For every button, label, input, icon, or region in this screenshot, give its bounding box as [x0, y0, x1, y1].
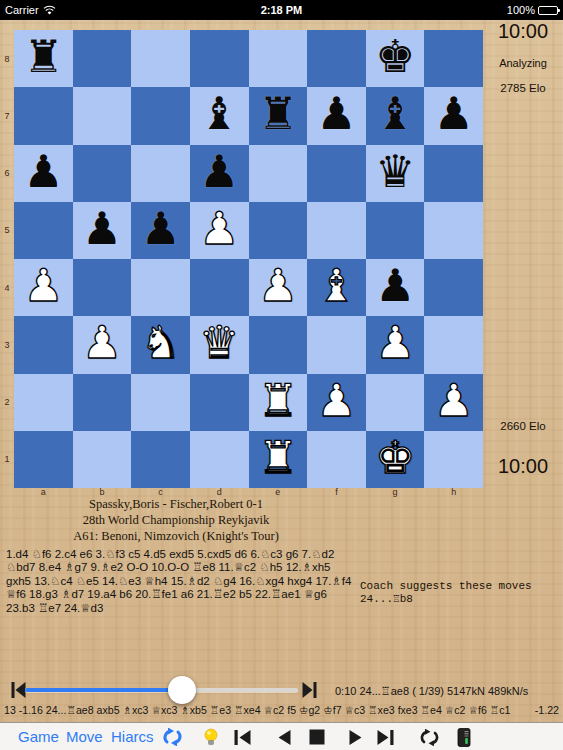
rank-label-6: 6	[0, 145, 14, 202]
battery-percent: 100%	[507, 4, 535, 16]
piece-white-king[interactable]: ♚	[375, 435, 415, 480]
square-f6[interactable]	[307, 145, 366, 202]
piece-white-pawn[interactable]: ♟	[434, 378, 474, 423]
app-screen: Carrier 2:18 PM 100% 87654321 ♜♚♝♜♟♝♟♟♟♛…	[0, 0, 563, 750]
piece-black-pawn[interactable]: ♟	[82, 206, 122, 251]
piece-black-rook[interactable]: ♜	[258, 91, 298, 136]
square-b8[interactable]	[73, 30, 132, 87]
square-f2[interactable]: ♟	[307, 374, 366, 431]
skip-to-start-icon[interactable]	[11, 681, 26, 699]
square-e4[interactable]: ♟	[249, 259, 308, 316]
square-d7[interactable]: ♝	[190, 87, 249, 144]
square-f4[interactable]: ♝	[307, 259, 366, 316]
piece-black-pawn[interactable]: ♟	[199, 149, 239, 194]
black-clock: 10:00	[486, 20, 560, 43]
square-g4[interactable]: ♟	[366, 259, 425, 316]
black-elo: 2785 Elo	[486, 82, 560, 94]
square-h2[interactable]: ♟	[424, 374, 483, 431]
file-label-h: h	[424, 487, 483, 498]
square-f7[interactable]: ♟	[307, 87, 366, 144]
square-b6[interactable]	[73, 145, 132, 202]
status-bar: Carrier 2:18 PM 100%	[0, 0, 563, 20]
square-b4[interactable]	[73, 259, 132, 316]
square-a5[interactable]	[14, 202, 73, 259]
jump-first-move-icon[interactable]	[234, 728, 251, 746]
analysis-line: 13 -1.16 24...♖ae8 axb5 ♗xc3 ♕xc3 ♗xb5 ♖…	[4, 704, 529, 716]
rank-label-1: 1	[0, 431, 14, 488]
square-g8[interactable]: ♚	[366, 30, 425, 87]
square-e5[interactable]	[249, 202, 308, 259]
square-f8[interactable]	[307, 30, 366, 87]
square-b2[interactable]	[73, 374, 132, 431]
piece-white-pawn[interactable]: ♟	[316, 378, 356, 423]
game-slider-knob[interactable]	[168, 676, 196, 704]
move-button[interactable]: Move	[66, 723, 103, 750]
square-a2[interactable]	[14, 374, 73, 431]
square-a3[interactable]	[14, 316, 73, 373]
square-c1[interactable]	[131, 431, 190, 488]
square-c3[interactable]: ♞	[131, 316, 190, 373]
piece-white-queen[interactable]: ♛	[199, 320, 239, 365]
opening-line: A61: Benoni, Nimzovich (Knight's Tour)	[0, 528, 352, 544]
status-time: 2:18 PM	[0, 4, 563, 16]
piece-black-pawn[interactable]: ♟	[140, 206, 180, 251]
square-e7[interactable]: ♜	[249, 87, 308, 144]
rank-label-8: 8	[0, 30, 14, 87]
piece-black-pawn[interactable]: ♟	[375, 263, 415, 308]
piece-white-bishop[interactable]: ♝	[316, 263, 356, 308]
game-slider-fill	[25, 688, 182, 692]
stop-icon[interactable]	[309, 728, 325, 746]
square-g1[interactable]: ♚	[366, 431, 425, 488]
piece-white-rook[interactable]: ♜	[258, 378, 298, 423]
analysis-eval: -1.22	[535, 704, 559, 716]
square-h5[interactable]	[424, 202, 483, 259]
piece-white-pawn[interactable]: ♟	[23, 263, 63, 308]
piece-black-pawn[interactable]: ♟	[316, 91, 356, 136]
piece-white-pawn[interactable]: ♟	[375, 320, 415, 365]
square-b5[interactable]: ♟	[73, 202, 132, 259]
square-d4[interactable]	[190, 259, 249, 316]
square-h3[interactable]	[424, 316, 483, 373]
square-d8[interactable]	[190, 30, 249, 87]
hiarcs-button[interactable]: Hiarcs	[111, 723, 154, 750]
flip-board-icon[interactable]	[162, 728, 183, 746]
square-b7[interactable]	[73, 87, 132, 144]
square-a4[interactable]: ♟	[14, 259, 73, 316]
square-c4[interactable]	[131, 259, 190, 316]
square-c5[interactable]: ♟	[131, 202, 190, 259]
rank-label-3: 3	[0, 316, 14, 373]
square-e8[interactable]	[249, 30, 308, 87]
rank-label-4: 4	[0, 259, 14, 316]
piece-white-pawn[interactable]: ♟	[199, 206, 239, 251]
square-b1[interactable]	[73, 431, 132, 488]
square-f3[interactable]	[307, 316, 366, 373]
piece-black-king[interactable]: ♚	[375, 34, 415, 79]
square-a6[interactable]: ♟	[14, 145, 73, 202]
chess-board: ♜♚♝♜♟♝♟♟♟♛♟♟♟♟♟♝♟♟♞♛♟♜♟♟♜♚	[14, 30, 483, 488]
play-icon[interactable]	[349, 728, 363, 746]
square-e1[interactable]: ♜	[249, 431, 308, 488]
square-h1[interactable]	[424, 431, 483, 488]
toolbar: Game Move Hiarcs	[0, 722, 563, 750]
piece-black-pawn[interactable]: ♟	[23, 149, 63, 194]
square-c2[interactable]	[131, 374, 190, 431]
piece-black-rook[interactable]: ♜	[23, 34, 63, 79]
square-h4[interactable]	[424, 259, 483, 316]
square-c7[interactable]	[131, 87, 190, 144]
piece-black-pawn[interactable]: ♟	[434, 91, 474, 136]
coach-line1: Coach suggests these moves	[360, 580, 532, 592]
rank-label-7: 7	[0, 87, 14, 144]
square-d1[interactable]	[190, 431, 249, 488]
file-label-g: g	[366, 487, 425, 498]
square-g2[interactable]	[366, 374, 425, 431]
square-c6[interactable]	[131, 145, 190, 202]
move-list[interactable]: 1.d4 ♘f6 2.c4 e6 3.♘f3 c5 4.d5 exd5 5.cx…	[6, 548, 352, 615]
piece-white-rook[interactable]: ♜	[258, 435, 298, 480]
piece-black-bishop[interactable]: ♝	[199, 91, 239, 136]
square-b3[interactable]: ♟	[73, 316, 132, 373]
engine-progress-text: 0:10 24...♖ae8 ( 1/39) 5147kN 489kN/s	[335, 685, 528, 698]
coach-line2: 24...♖b8	[360, 593, 413, 605]
battery-icon	[538, 6, 558, 15]
square-d3[interactable]: ♛	[190, 316, 249, 373]
square-a8[interactable]: ♜	[14, 30, 73, 87]
rank-label-5: 5	[0, 202, 14, 259]
hint-bulb-icon[interactable]	[204, 728, 218, 746]
engine-server-icon[interactable]	[457, 728, 471, 746]
square-c8[interactable]	[131, 30, 190, 87]
event-line: 28th World Championship Reykjavik	[0, 512, 352, 528]
piece-white-pawn[interactable]: ♟	[82, 320, 122, 365]
square-a7[interactable]	[14, 87, 73, 144]
square-d6[interactable]: ♟	[190, 145, 249, 202]
square-d2[interactable]	[190, 374, 249, 431]
refresh-analysis-icon[interactable]	[420, 728, 439, 746]
players-line: Spassky,Boris - Fischer,Robert 0-1	[0, 496, 352, 512]
square-f1[interactable]	[307, 431, 366, 488]
skip-to-end-icon[interactable]	[302, 681, 317, 699]
square-d5[interactable]: ♟	[190, 202, 249, 259]
white-clock: 10:00	[486, 455, 560, 478]
step-back-icon[interactable]	[277, 728, 291, 746]
square-h7[interactable]: ♟	[424, 87, 483, 144]
square-e2[interactable]: ♜	[249, 374, 308, 431]
game-button[interactable]: Game	[18, 723, 59, 750]
rank-labels: 87654321	[0, 30, 14, 488]
jump-last-move-icon[interactable]	[377, 728, 394, 746]
engine-status-label: Analyzing	[486, 57, 560, 69]
square-g7[interactable]: ♝	[366, 87, 425, 144]
square-g6[interactable]: ♛	[366, 145, 425, 202]
piece-white-pawn[interactable]: ♟	[258, 263, 298, 308]
square-f5[interactable]	[307, 202, 366, 259]
game-info: Spassky,Boris - Fischer,Robert 0-1 28th …	[0, 496, 352, 544]
coach-suggestion: Coach suggests these moves 24...♖b8	[360, 580, 532, 606]
rank-label-2: 2	[0, 374, 14, 431]
piece-white-knight[interactable]: ♞	[140, 320, 180, 365]
square-e6[interactable]	[249, 145, 308, 202]
piece-black-bishop[interactable]: ♝	[375, 91, 415, 136]
white-elo: 2660 Elo	[486, 420, 560, 432]
square-g3[interactable]: ♟	[366, 316, 425, 373]
piece-black-queen[interactable]: ♛	[375, 149, 415, 194]
analysis-row: 13 -1.16 24...♖ae8 axb5 ♗xc3 ♕xc3 ♗xb5 ♖…	[4, 704, 559, 716]
square-h8[interactable]	[424, 30, 483, 87]
square-e3[interactable]	[249, 316, 308, 373]
square-g5[interactable]	[366, 202, 425, 259]
square-h6[interactable]	[424, 145, 483, 202]
square-a1[interactable]	[14, 431, 73, 488]
